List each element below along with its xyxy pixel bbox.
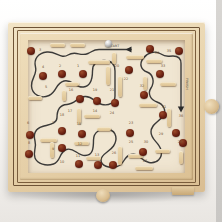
finish-label: FINISH: [185, 78, 189, 90]
start-label: START: [109, 44, 120, 48]
tilt-knob-right: [204, 99, 219, 114]
maze-path: [31, 50, 181, 168]
front-knob: [96, 189, 110, 202]
labyrinth-photo: START FINISH 334354212033225161921321714…: [0, 0, 222, 222]
start-arrowhead-icon: [126, 47, 132, 53]
finish-arrowhead-icon: [178, 107, 184, 113]
bottom-latch: [172, 187, 194, 195]
